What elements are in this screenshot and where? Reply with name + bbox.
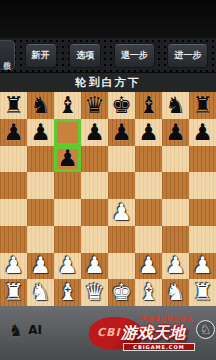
square-e7[interactable]: ♟ bbox=[108, 119, 135, 146]
white-bishop: ♝ bbox=[138, 281, 159, 304]
white-knight: ♞ bbox=[165, 281, 186, 304]
square-g2[interactable]: ♟ bbox=[162, 253, 189, 280]
square-a3[interactable] bbox=[0, 226, 27, 253]
square-c5[interactable] bbox=[54, 172, 81, 199]
white-bishop: ♝ bbox=[57, 281, 78, 304]
square-a2[interactable]: ♟ bbox=[0, 253, 27, 280]
square-h4[interactable] bbox=[189, 199, 216, 226]
black-pawn: ♟ bbox=[57, 147, 78, 170]
square-d1[interactable]: ♛ bbox=[81, 279, 108, 306]
square-d3[interactable] bbox=[81, 226, 108, 253]
options-button[interactable]: 选项 bbox=[69, 43, 101, 68]
ai-player-label: AI bbox=[28, 323, 42, 337]
square-f3[interactable] bbox=[135, 226, 162, 253]
square-b2[interactable]: ♟ bbox=[27, 253, 54, 280]
white-pawn: ♟ bbox=[3, 254, 24, 277]
black-bishop: ♝ bbox=[138, 94, 159, 117]
square-g6[interactable] bbox=[162, 146, 189, 173]
square-g8[interactable]: ♞ bbox=[162, 92, 189, 119]
square-e8[interactable]: ♚ bbox=[108, 92, 135, 119]
square-a8[interactable]: ♜ bbox=[0, 92, 27, 119]
square-h2[interactable]: ♟ bbox=[189, 253, 216, 280]
square-d4[interactable] bbox=[81, 199, 108, 226]
white-rook: ♜ bbox=[192, 281, 213, 304]
square-g3[interactable] bbox=[162, 226, 189, 253]
toolbar-buttons: 新开 选项 退一步 进一步 bbox=[17, 43, 216, 68]
square-b1[interactable]: ♞ bbox=[27, 279, 54, 306]
chess-app-window: 番棋 新开 选项 退一步 进一步 轮到白方下 ♜♞♝♛♚♝♞♜♟♟♟♟♟♟♟♟♟… bbox=[0, 0, 216, 360]
square-e2[interactable] bbox=[108, 253, 135, 280]
chess-board[interactable]: ♜♞♝♛♚♝♞♜♟♟♟♟♟♟♟♟♟♟♟♟♟♟♟♟♜♞♝♛♚♝♞♜ bbox=[0, 92, 216, 306]
square-f7[interactable]: ♟ bbox=[135, 119, 162, 146]
square-e4[interactable]: ♟ bbox=[108, 199, 135, 226]
white-queen: ♛ bbox=[84, 281, 105, 304]
square-h6[interactable] bbox=[189, 146, 216, 173]
square-h5[interactable] bbox=[189, 172, 216, 199]
black-pawn: ♟ bbox=[165, 121, 186, 144]
square-h7[interactable]: ♟ bbox=[189, 119, 216, 146]
black-queen: ♛ bbox=[84, 94, 105, 117]
square-f1[interactable]: ♝ bbox=[135, 279, 162, 306]
black-pawn: ♟ bbox=[3, 121, 24, 144]
square-e1[interactable]: ♚ bbox=[108, 279, 135, 306]
square-c7[interactable] bbox=[54, 119, 81, 146]
redo-move-button[interactable]: 进一步 bbox=[167, 43, 208, 68]
white-pawn: ♟ bbox=[30, 254, 51, 277]
square-g4[interactable] bbox=[162, 199, 189, 226]
watermark-prefix-text: CBI bbox=[97, 326, 121, 339]
square-b5[interactable] bbox=[27, 172, 54, 199]
square-c2[interactable]: ♟ bbox=[54, 253, 81, 280]
square-d2[interactable]: ♟ bbox=[81, 253, 108, 280]
square-f8[interactable]: ♝ bbox=[135, 92, 162, 119]
square-f5[interactable] bbox=[135, 172, 162, 199]
undo-move-button[interactable]: 退一步 bbox=[114, 43, 155, 68]
square-f4[interactable] bbox=[135, 199, 162, 226]
square-a6[interactable] bbox=[0, 146, 27, 173]
toolbar: 番棋 新开 选项 退一步 进一步 bbox=[0, 38, 216, 72]
square-c4[interactable] bbox=[54, 199, 81, 226]
square-b6[interactable] bbox=[27, 146, 54, 173]
square-f6[interactable] bbox=[135, 146, 162, 173]
square-c6[interactable]: ♟ bbox=[54, 146, 81, 173]
square-a7[interactable]: ♟ bbox=[0, 119, 27, 146]
square-b7[interactable]: ♟ bbox=[27, 119, 54, 146]
black-bishop: ♝ bbox=[57, 94, 78, 117]
black-knight-icon: ♞ bbox=[8, 320, 23, 340]
square-g7[interactable]: ♟ bbox=[162, 119, 189, 146]
black-pawn: ♟ bbox=[111, 121, 132, 144]
white-pawn: ♟ bbox=[111, 201, 132, 224]
white-knight: ♞ bbox=[30, 281, 51, 304]
square-g5[interactable] bbox=[162, 172, 189, 199]
square-h3[interactable] bbox=[189, 226, 216, 253]
square-f2[interactable]: ♟ bbox=[135, 253, 162, 280]
white-pawn: ♟ bbox=[84, 254, 105, 277]
new-game-button[interactable]: 新开 bbox=[25, 43, 57, 68]
turn-status-bar: 轮到白方下 bbox=[0, 72, 216, 92]
square-c8[interactable]: ♝ bbox=[54, 92, 81, 119]
bottom-bar: ♞ AI CBI 天极最好玩的游戏 游戏天地 CBIGAME.COM ♘ bbox=[0, 306, 216, 360]
site-watermark: CBI 天极最好玩的游戏 游戏天地 CBIGAME.COM ♘ bbox=[87, 314, 215, 356]
square-h1[interactable]: ♜ bbox=[189, 279, 216, 306]
white-rook: ♜ bbox=[3, 281, 24, 304]
square-h8[interactable]: ♜ bbox=[189, 92, 216, 119]
black-pawn: ♟ bbox=[84, 121, 105, 144]
square-d5[interactable] bbox=[81, 172, 108, 199]
square-b8[interactable]: ♞ bbox=[27, 92, 54, 119]
square-e3[interactable] bbox=[108, 226, 135, 253]
black-pawn: ♟ bbox=[192, 121, 213, 144]
white-knight-icon: ♘ bbox=[200, 323, 212, 336]
square-a1[interactable]: ♜ bbox=[0, 279, 27, 306]
square-b4[interactable] bbox=[27, 199, 54, 226]
square-e5[interactable] bbox=[108, 172, 135, 199]
square-c3[interactable] bbox=[54, 226, 81, 253]
white-king: ♚ bbox=[111, 281, 132, 304]
black-knight: ♞ bbox=[30, 94, 51, 117]
black-rook: ♜ bbox=[3, 94, 24, 117]
ai-player-indicator: ♞ AI bbox=[8, 320, 42, 340]
watermark-title-text: 游戏天地 bbox=[121, 323, 185, 344]
white-pawn: ♟ bbox=[57, 254, 78, 277]
white-pawn: ♟ bbox=[165, 254, 186, 277]
square-b3[interactable] bbox=[27, 226, 54, 253]
square-a4[interactable] bbox=[0, 199, 27, 226]
square-g1[interactable]: ♞ bbox=[162, 279, 189, 306]
square-a5[interactable] bbox=[0, 172, 27, 199]
watermark-banner-text: CBIGAME.COM bbox=[123, 343, 195, 351]
square-c1[interactable]: ♝ bbox=[54, 279, 81, 306]
square-e6[interactable] bbox=[108, 146, 135, 173]
square-d8[interactable]: ♛ bbox=[81, 92, 108, 119]
top-black-area bbox=[0, 0, 216, 38]
side-tab-button[interactable]: 番棋 bbox=[0, 40, 15, 70]
turn-status-text: 轮到白方下 bbox=[76, 75, 141, 90]
white-pawn: ♟ bbox=[138, 254, 159, 277]
square-d7[interactable]: ♟ bbox=[81, 119, 108, 146]
black-king: ♚ bbox=[111, 94, 132, 117]
black-pawn: ♟ bbox=[138, 121, 159, 144]
square-d6[interactable] bbox=[81, 146, 108, 173]
watermark-knight-badge: ♘ bbox=[196, 320, 215, 339]
black-knight: ♞ bbox=[165, 94, 186, 117]
black-rook: ♜ bbox=[192, 94, 213, 117]
white-pawn: ♟ bbox=[192, 254, 213, 277]
black-pawn: ♟ bbox=[30, 121, 51, 144]
